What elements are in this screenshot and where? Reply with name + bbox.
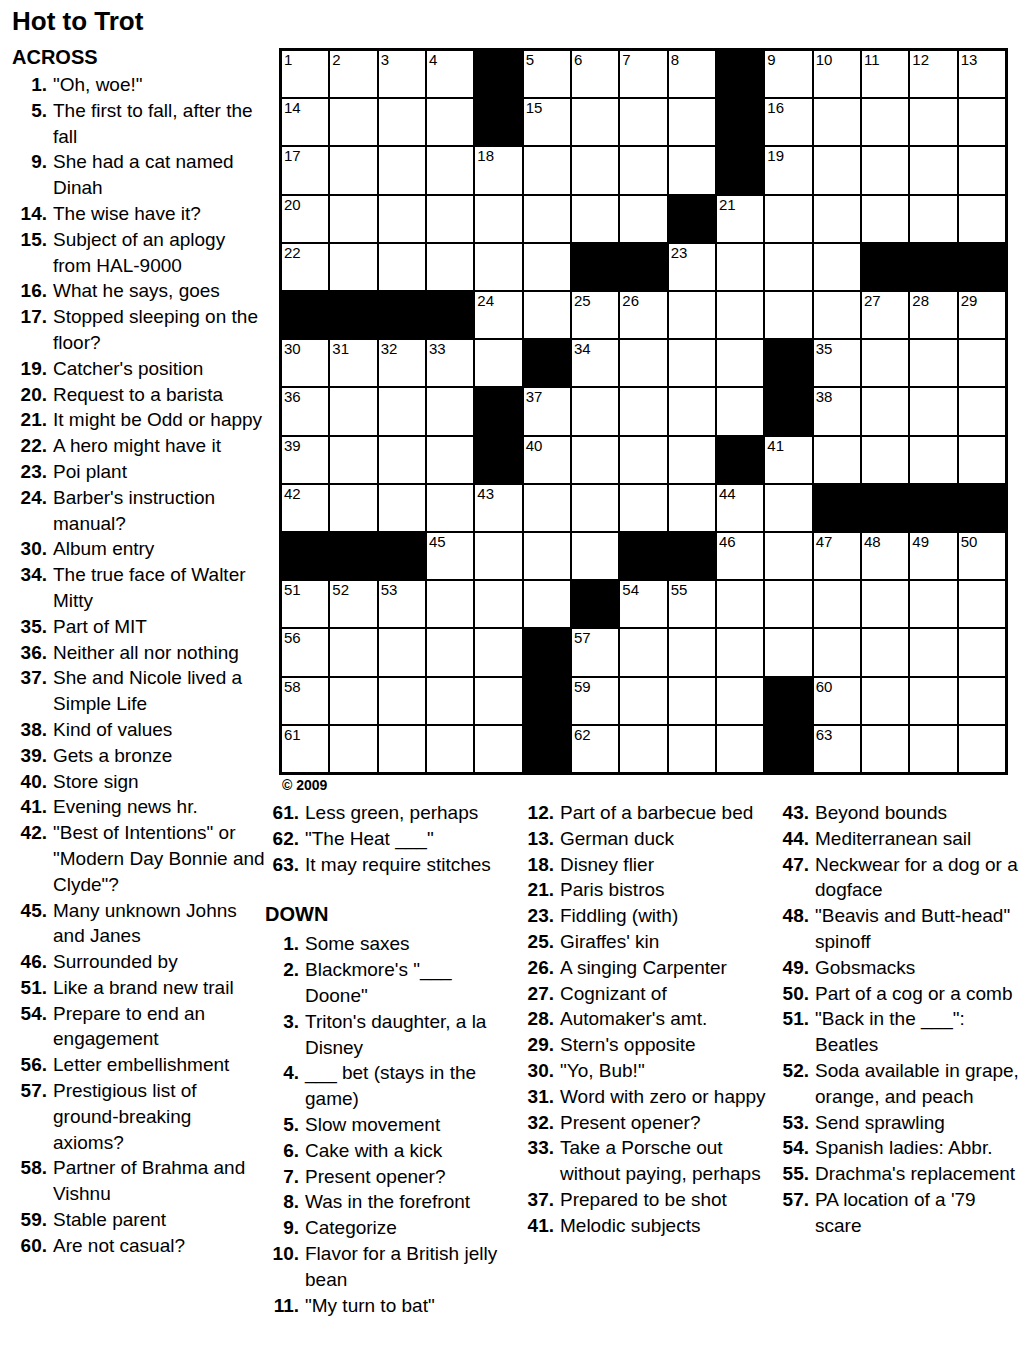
white-cell[interactable]: 56: [282, 629, 328, 675]
cell-number: 39: [284, 438, 301, 454]
white-cell[interactable]: [427, 388, 473, 434]
clue-text: Automaker's amt.: [560, 1006, 772, 1032]
clue-item: 21.Paris bistros: [520, 877, 772, 903]
clue-text: Part of MIT: [53, 614, 266, 640]
white-cell[interactable]: [572, 196, 618, 242]
clue-text: Album entry: [53, 536, 266, 562]
white-cell[interactable]: [475, 678, 521, 724]
clue-item: 50.Part of a cog or a comb: [775, 981, 1023, 1007]
white-cell[interactable]: 57: [572, 629, 618, 675]
black-cell: [717, 51, 763, 97]
cell-number: 4: [429, 52, 437, 68]
white-cell[interactable]: [959, 147, 1005, 193]
white-cell[interactable]: 27: [862, 292, 908, 338]
white-cell[interactable]: 63: [814, 726, 860, 772]
white-cell[interactable]: [765, 533, 811, 579]
clue-number: 21.: [520, 877, 560, 903]
white-cell[interactable]: 10: [814, 51, 860, 97]
white-cell[interactable]: [620, 726, 666, 772]
white-cell[interactable]: [330, 437, 376, 483]
white-cell[interactable]: [669, 678, 715, 724]
white-cell[interactable]: [862, 629, 908, 675]
white-cell[interactable]: [717, 388, 763, 434]
white-cell[interactable]: [717, 340, 763, 386]
white-cell[interactable]: [427, 726, 473, 772]
white-cell[interactable]: [814, 437, 860, 483]
clue-number: 36.: [12, 640, 53, 666]
white-cell[interactable]: 32: [379, 340, 425, 386]
clue-number: 60.: [12, 1233, 53, 1259]
clue-text: Present opener?: [560, 1110, 772, 1136]
white-cell[interactable]: [910, 726, 956, 772]
white-cell[interactable]: 24: [475, 292, 521, 338]
clue-number: 23.: [12, 459, 53, 485]
clue-number: 2.: [265, 957, 305, 1009]
white-cell[interactable]: [330, 678, 376, 724]
white-cell[interactable]: 8: [669, 51, 715, 97]
white-cell[interactable]: [959, 388, 1005, 434]
white-cell[interactable]: [620, 340, 666, 386]
clue-text: Many unknown Johns and Janes: [53, 898, 266, 950]
white-cell[interactable]: [524, 147, 570, 193]
white-cell[interactable]: [475, 533, 521, 579]
white-cell[interactable]: [524, 292, 570, 338]
clue-text: Word with zero or happy: [560, 1084, 772, 1110]
white-cell[interactable]: 41: [765, 437, 811, 483]
clue-number: 16.: [12, 278, 53, 304]
black-cell: [282, 292, 328, 338]
cell-number: 25: [574, 293, 591, 309]
black-cell: [427, 292, 473, 338]
white-cell[interactable]: [862, 147, 908, 193]
cell-number: 2: [332, 52, 340, 68]
white-cell[interactable]: 31: [330, 340, 376, 386]
white-cell[interactable]: [620, 437, 666, 483]
cell-number: 44: [719, 486, 736, 502]
white-cell[interactable]: [765, 581, 811, 627]
white-cell[interactable]: [524, 485, 570, 531]
white-cell[interactable]: [524, 533, 570, 579]
clue-item: 52.Soda available in grape, orange, and …: [775, 1058, 1023, 1110]
white-cell[interactable]: [379, 99, 425, 145]
white-cell[interactable]: 17: [282, 147, 328, 193]
white-cell[interactable]: [669, 147, 715, 193]
white-cell[interactable]: [475, 581, 521, 627]
white-cell[interactable]: 46: [717, 533, 763, 579]
white-cell[interactable]: [717, 726, 763, 772]
cell-number: 56: [284, 630, 301, 646]
clue-text: Present opener?: [305, 1164, 513, 1190]
white-cell[interactable]: [814, 147, 860, 193]
white-cell[interactable]: [765, 244, 811, 290]
white-cell[interactable]: 3: [379, 51, 425, 97]
white-cell[interactable]: [379, 485, 425, 531]
white-cell[interactable]: [814, 581, 860, 627]
white-cell[interactable]: [330, 99, 376, 145]
clue-number: 25.: [520, 929, 560, 955]
white-cell[interactable]: [330, 196, 376, 242]
white-cell[interactable]: [427, 196, 473, 242]
clue-text: Slow movement: [305, 1112, 513, 1138]
white-cell[interactable]: [814, 196, 860, 242]
cell-number: 30: [284, 341, 301, 357]
clue-item: 63.It may require stitches: [265, 852, 513, 878]
white-cell[interactable]: [910, 581, 956, 627]
white-cell[interactable]: [330, 388, 376, 434]
clue-number: 40.: [12, 769, 53, 795]
cell-number: 58: [284, 679, 301, 695]
white-cell[interactable]: 49: [910, 533, 956, 579]
white-cell[interactable]: 37: [524, 388, 570, 434]
clue-number: 21.: [12, 407, 53, 433]
white-cell[interactable]: 40: [524, 437, 570, 483]
white-cell[interactable]: 42: [282, 485, 328, 531]
white-cell[interactable]: 28: [910, 292, 956, 338]
clue-text: Part of a cog or a comb: [815, 981, 1023, 1007]
white-cell[interactable]: 34: [572, 340, 618, 386]
clue-text: Gets a bronze: [53, 743, 266, 769]
clue-text: Giraffes' kin: [560, 929, 772, 955]
white-cell[interactable]: [959, 629, 1005, 675]
cell-number: 31: [332, 341, 349, 357]
crossword-page: Hot to Trot ACROSS 1."Oh, woe!"5.The fir…: [0, 0, 1025, 1370]
clue-number: 33.: [520, 1135, 560, 1187]
cell-number: 8: [671, 52, 679, 68]
white-cell[interactable]: [814, 99, 860, 145]
white-cell[interactable]: [475, 629, 521, 675]
white-cell[interactable]: [475, 244, 521, 290]
cell-number: 62: [574, 727, 591, 743]
white-cell[interactable]: [862, 678, 908, 724]
white-cell[interactable]: 1: [282, 51, 328, 97]
clue-number: 51.: [775, 1006, 815, 1058]
clue-text: The wise have it?: [53, 201, 266, 227]
white-cell[interactable]: [379, 629, 425, 675]
white-cell[interactable]: 23: [669, 244, 715, 290]
white-cell[interactable]: 6: [572, 51, 618, 97]
white-cell[interactable]: [765, 629, 811, 675]
white-cell[interactable]: 50: [959, 533, 1005, 579]
clue-number: 46.: [12, 949, 53, 975]
white-cell[interactable]: [572, 533, 618, 579]
white-cell[interactable]: 13: [959, 51, 1005, 97]
cell-number: 1: [284, 52, 292, 68]
white-cell[interactable]: [379, 196, 425, 242]
bottom-column-3: 43.Beyond bounds44.Mediterranean sail47.…: [775, 800, 1023, 1239]
white-cell[interactable]: [572, 485, 618, 531]
clue-text: Categorize: [305, 1215, 513, 1241]
white-cell[interactable]: [427, 437, 473, 483]
white-cell[interactable]: 62: [572, 726, 618, 772]
clue-item: 25.Giraffes' kin: [520, 929, 772, 955]
cell-number: 6: [574, 52, 582, 68]
white-cell[interactable]: [475, 340, 521, 386]
black-cell: [717, 147, 763, 193]
white-cell[interactable]: 11: [862, 51, 908, 97]
clue-item: 31.Word with zero or happy: [520, 1084, 772, 1110]
white-cell[interactable]: 48: [862, 533, 908, 579]
black-cell: [524, 678, 570, 724]
white-cell[interactable]: [959, 437, 1005, 483]
white-cell[interactable]: 36: [282, 388, 328, 434]
clue-item: 54.Prepare to end an engagement: [12, 1001, 266, 1053]
clue-text: Are not casual?: [53, 1233, 266, 1259]
white-cell[interactable]: [379, 388, 425, 434]
cell-number: 14: [284, 100, 301, 116]
white-cell[interactable]: [862, 581, 908, 627]
white-cell[interactable]: 59: [572, 678, 618, 724]
white-cell[interactable]: [959, 678, 1005, 724]
white-cell[interactable]: [910, 147, 956, 193]
white-cell[interactable]: [475, 726, 521, 772]
black-cell: [572, 244, 618, 290]
white-cell[interactable]: [862, 388, 908, 434]
white-cell[interactable]: 12: [910, 51, 956, 97]
black-cell: [910, 244, 956, 290]
white-cell[interactable]: [717, 244, 763, 290]
white-cell[interactable]: 7: [620, 51, 666, 97]
clue-text: Kind of values: [53, 717, 266, 743]
white-cell[interactable]: [765, 196, 811, 242]
clue-number: 61.: [265, 800, 305, 826]
black-cell: [330, 533, 376, 579]
clue-text: Fiddling (with): [560, 903, 772, 929]
cell-number: 51: [284, 582, 301, 598]
cell-number: 9: [767, 52, 775, 68]
white-cell[interactable]: [572, 99, 618, 145]
cell-number: 43: [477, 486, 494, 502]
white-cell[interactable]: 21: [717, 196, 763, 242]
cell-number: 29: [961, 293, 978, 309]
clue-number: 59.: [12, 1207, 53, 1233]
white-cell[interactable]: [620, 196, 666, 242]
clue-item: 1.Some saxes: [265, 931, 513, 957]
white-cell[interactable]: 20: [282, 196, 328, 242]
white-cell[interactable]: [669, 340, 715, 386]
white-cell[interactable]: 61: [282, 726, 328, 772]
white-cell[interactable]: [862, 437, 908, 483]
white-cell[interactable]: [427, 485, 473, 531]
white-cell[interactable]: [959, 196, 1005, 242]
clue-number: 5.: [265, 1112, 305, 1138]
white-cell[interactable]: [765, 292, 811, 338]
white-cell[interactable]: 22: [282, 244, 328, 290]
white-cell[interactable]: 9: [765, 51, 811, 97]
clue-text: She and Nicole lived a Simple Life: [53, 665, 266, 717]
clue-number: 44.: [775, 826, 815, 852]
cell-number: 5: [526, 52, 534, 68]
white-cell[interactable]: [910, 99, 956, 145]
white-cell[interactable]: 29: [959, 292, 1005, 338]
white-cell[interactable]: [717, 678, 763, 724]
clue-item: 57.PA location of a '79 scare: [775, 1187, 1023, 1239]
white-cell[interactable]: 2: [330, 51, 376, 97]
white-cell[interactable]: 39: [282, 437, 328, 483]
clue-item: 34.The true face of Walter Mitty: [12, 562, 266, 614]
clue-item: 14.The wise have it?: [12, 201, 266, 227]
white-cell[interactable]: 19: [765, 147, 811, 193]
white-cell[interactable]: [620, 485, 666, 531]
white-cell[interactable]: [427, 629, 473, 675]
white-cell[interactable]: [862, 99, 908, 145]
white-cell[interactable]: [427, 99, 473, 145]
white-cell[interactable]: [427, 678, 473, 724]
clue-item: 49.Gobsmacks: [775, 955, 1023, 981]
clue-text: Partner of Brahma and Vishnu: [53, 1155, 266, 1207]
white-cell[interactable]: [959, 581, 1005, 627]
clue-number: 15.: [12, 227, 53, 279]
white-cell[interactable]: 43: [475, 485, 521, 531]
white-cell[interactable]: 18: [475, 147, 521, 193]
white-cell[interactable]: [765, 485, 811, 531]
clue-number: 57.: [775, 1187, 815, 1239]
clue-item: 27.Cognizant of: [520, 981, 772, 1007]
clue-text: Barber's instruction manual?: [53, 485, 266, 537]
white-cell[interactable]: 54: [620, 581, 666, 627]
white-cell[interactable]: [814, 292, 860, 338]
white-cell[interactable]: 52: [330, 581, 376, 627]
white-cell[interactable]: [330, 726, 376, 772]
white-cell[interactable]: 30: [282, 340, 328, 386]
clue-item: 56.Letter embellishment: [12, 1052, 266, 1078]
white-cell[interactable]: [572, 388, 618, 434]
white-cell[interactable]: [427, 147, 473, 193]
cell-number: 32: [381, 341, 398, 357]
white-cell[interactable]: [669, 726, 715, 772]
clue-text: PA location of a '79 scare: [815, 1187, 1023, 1239]
clue-item: 2.Blackmore's "___ Doone": [265, 957, 513, 1009]
clue-number: 27.: [520, 981, 560, 1007]
white-cell[interactable]: [910, 437, 956, 483]
white-cell[interactable]: 51: [282, 581, 328, 627]
white-cell[interactable]: [717, 629, 763, 675]
white-cell[interactable]: [524, 244, 570, 290]
clue-item: 39.Gets a bronze: [12, 743, 266, 769]
white-cell[interactable]: 38: [814, 388, 860, 434]
white-cell[interactable]: [910, 678, 956, 724]
white-cell[interactable]: [427, 244, 473, 290]
clue-number: 47.: [775, 852, 815, 904]
white-cell[interactable]: [717, 292, 763, 338]
clue-item: 45.Many unknown Johns and Janes: [12, 898, 266, 950]
white-cell[interactable]: [959, 726, 1005, 772]
white-cell[interactable]: 45: [427, 533, 473, 579]
white-cell[interactable]: [669, 485, 715, 531]
white-cell[interactable]: [572, 147, 618, 193]
white-cell[interactable]: [669, 292, 715, 338]
clue-item: 59.Stable parent: [12, 1207, 266, 1233]
white-cell[interactable]: [862, 196, 908, 242]
white-cell[interactable]: 4: [427, 51, 473, 97]
white-cell[interactable]: 25: [572, 292, 618, 338]
clue-text: Flavor for a British jelly bean: [305, 1241, 513, 1293]
white-cell[interactable]: [862, 340, 908, 386]
clue-text: Prepared to be shot: [560, 1187, 772, 1213]
white-cell[interactable]: [620, 678, 666, 724]
clue-number: 30.: [520, 1058, 560, 1084]
white-cell[interactable]: 5: [524, 51, 570, 97]
clue-number: 8.: [265, 1189, 305, 1215]
white-cell[interactable]: [669, 629, 715, 675]
white-cell[interactable]: 60: [814, 678, 860, 724]
clue-item: 22.A hero might have it: [12, 433, 266, 459]
white-cell[interactable]: 26: [620, 292, 666, 338]
white-cell[interactable]: [379, 726, 425, 772]
clue-text: Take a Porsche out without paying, perha…: [560, 1135, 772, 1187]
white-cell[interactable]: 58: [282, 678, 328, 724]
white-cell[interactable]: [427, 581, 473, 627]
clue-item: 26.A singing Carpenter: [520, 955, 772, 981]
white-cell[interactable]: 33: [427, 340, 473, 386]
white-cell[interactable]: [379, 678, 425, 724]
clue-text: "Back in the ___": Beatles: [815, 1006, 1023, 1058]
white-cell[interactable]: 55: [669, 581, 715, 627]
white-cell[interactable]: [814, 244, 860, 290]
white-cell[interactable]: 15: [524, 99, 570, 145]
clue-number: 55.: [775, 1161, 815, 1187]
white-cell[interactable]: [910, 629, 956, 675]
clue-text: Blackmore's "___ Doone": [305, 957, 513, 1009]
white-cell[interactable]: [620, 388, 666, 434]
white-cell[interactable]: 47: [814, 533, 860, 579]
white-cell[interactable]: 53: [379, 581, 425, 627]
white-cell[interactable]: [669, 99, 715, 145]
cell-number: 35: [816, 341, 833, 357]
clue-number: 31.: [520, 1084, 560, 1110]
white-cell[interactable]: [620, 147, 666, 193]
white-cell[interactable]: [620, 629, 666, 675]
clue-text: Neither all nor nothing: [53, 640, 266, 666]
white-cell[interactable]: [959, 340, 1005, 386]
white-cell[interactable]: 14: [282, 99, 328, 145]
cell-number: 49: [912, 534, 929, 550]
white-cell[interactable]: [910, 196, 956, 242]
white-cell[interactable]: [620, 99, 666, 145]
clue-item: 21.It might be Odd or happy: [12, 407, 266, 433]
clue-text: Stable parent: [53, 1207, 266, 1233]
clue-number: 14.: [12, 201, 53, 227]
clue-number: 11.: [265, 1293, 305, 1319]
white-cell[interactable]: 44: [717, 485, 763, 531]
down-clue-list-2: 12.Part of a barbecue bed13.German duck1…: [520, 800, 772, 1239]
white-cell[interactable]: [379, 147, 425, 193]
white-cell[interactable]: [330, 629, 376, 675]
white-cell[interactable]: [330, 244, 376, 290]
white-cell[interactable]: [717, 581, 763, 627]
white-cell[interactable]: [330, 147, 376, 193]
clue-text: Drachma's replacement: [815, 1161, 1023, 1187]
white-cell[interactable]: 35: [814, 340, 860, 386]
clue-text: Catcher's position: [53, 356, 266, 382]
white-cell[interactable]: [379, 437, 425, 483]
white-cell[interactable]: [330, 485, 376, 531]
white-cell[interactable]: [669, 388, 715, 434]
white-cell[interactable]: [814, 629, 860, 675]
white-cell[interactable]: [862, 726, 908, 772]
white-cell[interactable]: [572, 437, 618, 483]
white-cell[interactable]: 16: [765, 99, 811, 145]
white-cell[interactable]: [910, 388, 956, 434]
clue-number: 41.: [12, 794, 53, 820]
white-cell[interactable]: [524, 196, 570, 242]
white-cell[interactable]: [475, 196, 521, 242]
white-cell[interactable]: [379, 244, 425, 290]
white-cell[interactable]: [910, 340, 956, 386]
white-cell[interactable]: [669, 437, 715, 483]
clue-number: 43.: [775, 800, 815, 826]
white-cell[interactable]: [959, 99, 1005, 145]
white-cell[interactable]: [524, 581, 570, 627]
